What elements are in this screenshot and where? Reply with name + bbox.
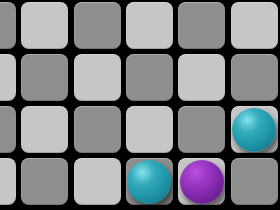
board-tile[interactable] bbox=[0, 2, 16, 49]
marble-cyan[interactable] bbox=[232, 108, 276, 152]
board-tile[interactable] bbox=[21, 106, 68, 153]
board-tile[interactable] bbox=[126, 2, 173, 49]
board-tile[interactable] bbox=[74, 2, 121, 49]
board-tile[interactable] bbox=[21, 54, 68, 101]
board-tile[interactable] bbox=[0, 106, 16, 153]
board-tile[interactable] bbox=[0, 54, 16, 101]
board-tile[interactable] bbox=[178, 106, 225, 153]
board-tile[interactable] bbox=[74, 106, 121, 153]
board-tile[interactable] bbox=[231, 2, 278, 49]
board-tile[interactable] bbox=[21, 158, 68, 205]
puzzle-board bbox=[0, 0, 280, 210]
board-tile[interactable] bbox=[231, 158, 278, 205]
board-tile[interactable] bbox=[178, 2, 225, 49]
board-tile[interactable] bbox=[0, 158, 16, 205]
marble-purple[interactable] bbox=[180, 160, 224, 204]
board-tile[interactable] bbox=[126, 106, 173, 153]
board-tile[interactable] bbox=[126, 54, 173, 101]
game-viewport bbox=[0, 0, 280, 210]
board-tile[interactable] bbox=[74, 158, 121, 205]
board-tile[interactable] bbox=[74, 54, 121, 101]
board-tile[interactable] bbox=[178, 54, 225, 101]
board-tile[interactable] bbox=[231, 54, 278, 101]
board-tile[interactable] bbox=[21, 2, 68, 49]
marble-cyan[interactable] bbox=[127, 160, 171, 204]
